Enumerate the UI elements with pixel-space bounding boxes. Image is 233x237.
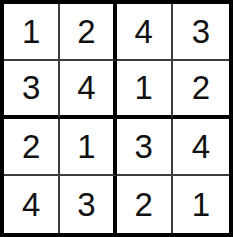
cell-r2c2[interactable]: 4: [60, 61, 116, 118]
cell-r2c4[interactable]: 2: [173, 61, 229, 118]
cell-r4c4[interactable]: 1: [173, 176, 229, 233]
cell-r2c3[interactable]: 1: [117, 61, 173, 118]
cell-r1c3[interactable]: 4: [117, 4, 173, 61]
sudoku-board: 1243341221344321: [0, 0, 233, 237]
cell-r3c4[interactable]: 4: [173, 119, 229, 176]
cell-r1c1[interactable]: 1: [4, 4, 60, 61]
cell-r4c1[interactable]: 4: [4, 176, 60, 233]
cell-r3c1[interactable]: 2: [4, 119, 60, 176]
cell-r2c1[interactable]: 3: [4, 61, 60, 118]
cell-r4c3[interactable]: 2: [117, 176, 173, 233]
cell-r1c2[interactable]: 2: [60, 4, 116, 61]
cell-r1c4[interactable]: 3: [173, 4, 229, 61]
cell-r4c2[interactable]: 3: [60, 176, 116, 233]
cell-r3c2[interactable]: 1: [60, 119, 116, 176]
cell-r3c3[interactable]: 3: [117, 119, 173, 176]
